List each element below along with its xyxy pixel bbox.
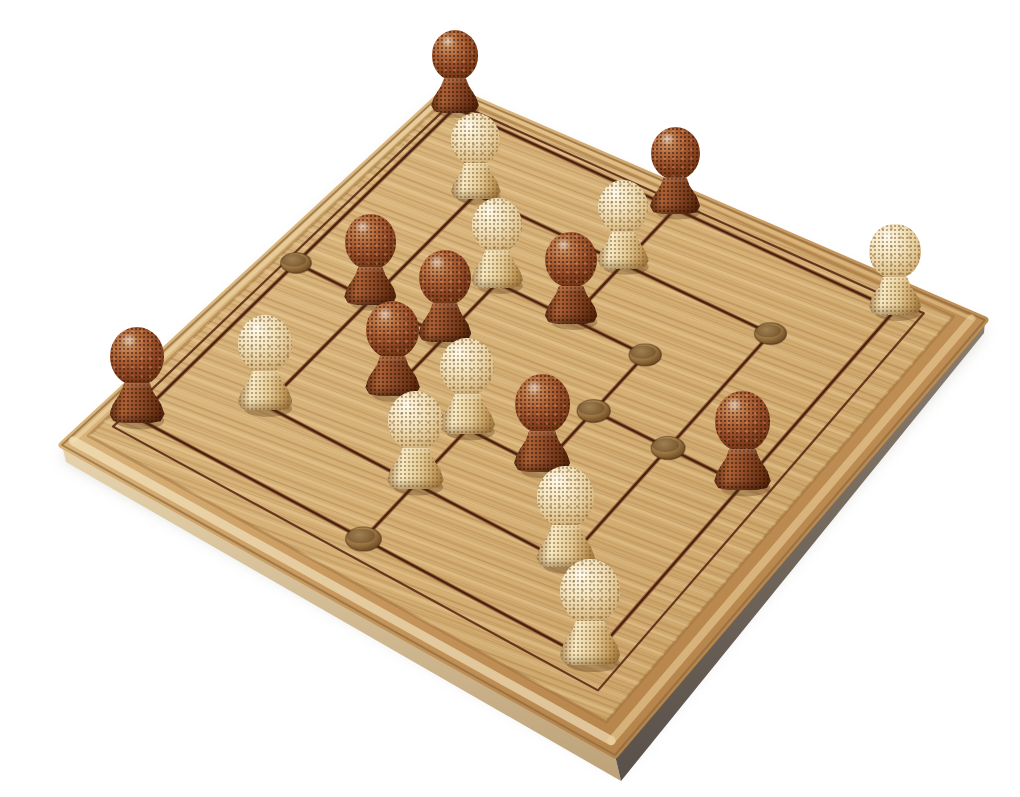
peg-ball [238,315,292,373]
peg-ball [440,338,494,397]
peg-foot [560,621,621,665]
peg-white-d6[interactable] [597,180,648,269]
peg-ball [869,224,920,280]
peg-foot [869,277,921,315]
peg-foot [344,267,396,305]
peg-ball [419,250,471,306]
peg-black-c3[interactable] [365,301,419,396]
peg-ball [110,327,164,385]
peg-black-a7[interactable] [431,30,479,113]
peg-ball [472,198,523,253]
peg-black-e3[interactable] [514,374,570,472]
scene [0,0,1020,797]
peg-black-d5[interactable] [545,232,598,324]
peg-ball [515,374,570,434]
peg-black-b4[interactable] [344,214,396,305]
peg-ball [451,113,500,166]
peg-ball [598,180,648,234]
peg-black-c4[interactable] [418,250,471,342]
peg-foot [431,78,479,113]
peg-foot [451,163,501,199]
peg-foot [714,449,771,490]
peg-white-d3[interactable] [440,338,495,434]
peg-foot [110,383,165,423]
hole-a4[interactable] [281,253,312,274]
peg-foot [545,286,598,324]
peg-foot [418,303,471,342]
peg-ball [432,30,479,81]
peg-foot [238,371,293,411]
peg-ball [366,301,419,359]
peg-ball [560,559,620,624]
hole-f4[interactable] [651,436,685,459]
peg-white-b6[interactable] [451,113,501,199]
peg-white-f2[interactable] [536,466,595,568]
peg-white-c5[interactable] [471,198,523,288]
peg-ball [537,466,594,528]
peg-foot [440,394,495,434]
peg-black-d7[interactable] [650,127,700,214]
peg-black-g4[interactable] [714,391,771,490]
peg-ball [651,127,700,180]
hole-e5[interactable] [629,344,661,366]
peg-ball [388,391,443,451]
peg-white-g7[interactable] [869,224,921,315]
hole-f6[interactable] [755,323,787,345]
peg-black-a1[interactable] [110,327,165,423]
peg-foot [650,177,700,214]
peg-white-g1[interactable] [560,559,621,665]
peg-ball [345,214,396,269]
peg-foot [387,448,444,489]
hole-d1[interactable] [346,527,382,551]
hole-e4[interactable] [577,400,610,423]
peg-ball [545,232,597,288]
peg-ball [715,391,770,451]
peg-white-d2[interactable] [387,391,444,490]
peg-foot [597,231,648,269]
peg-white-b2[interactable] [238,315,293,410]
peg-foot [471,250,523,288]
